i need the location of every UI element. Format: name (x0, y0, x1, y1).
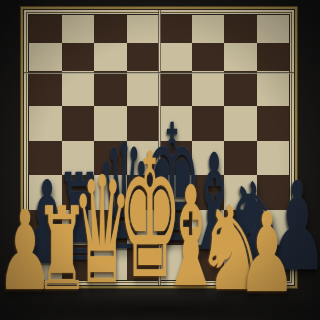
light-pawn-right-piece: ♟ (237, 198, 296, 308)
board-square (62, 43, 95, 71)
board-square (257, 106, 290, 141)
board-square (224, 15, 257, 43)
board-square (94, 15, 127, 43)
board-square (192, 43, 225, 71)
board-square (62, 15, 95, 43)
board-square (159, 43, 192, 71)
board-square (257, 43, 290, 71)
board-square (127, 43, 160, 71)
board-square (224, 43, 257, 71)
board-square (62, 106, 95, 141)
board-square (224, 71, 257, 106)
chess-set-photo: ♟ ♜ ♛ ♚ ♝ ♞ ♟ ♟ ♜ ♛ ♚ ♝ ♞ ♟ (0, 0, 320, 320)
board-square (29, 15, 62, 43)
board-hinge-seam-horizontal (24, 72, 294, 74)
board-square (257, 71, 290, 106)
board-square (94, 71, 127, 106)
board-square (257, 15, 290, 43)
board-square (94, 43, 127, 71)
board-square (127, 15, 160, 43)
board-square (159, 15, 192, 43)
board-square (192, 15, 225, 43)
board-square (29, 106, 62, 141)
board-square (62, 71, 95, 106)
board-square (29, 43, 62, 71)
board-square (29, 71, 62, 106)
